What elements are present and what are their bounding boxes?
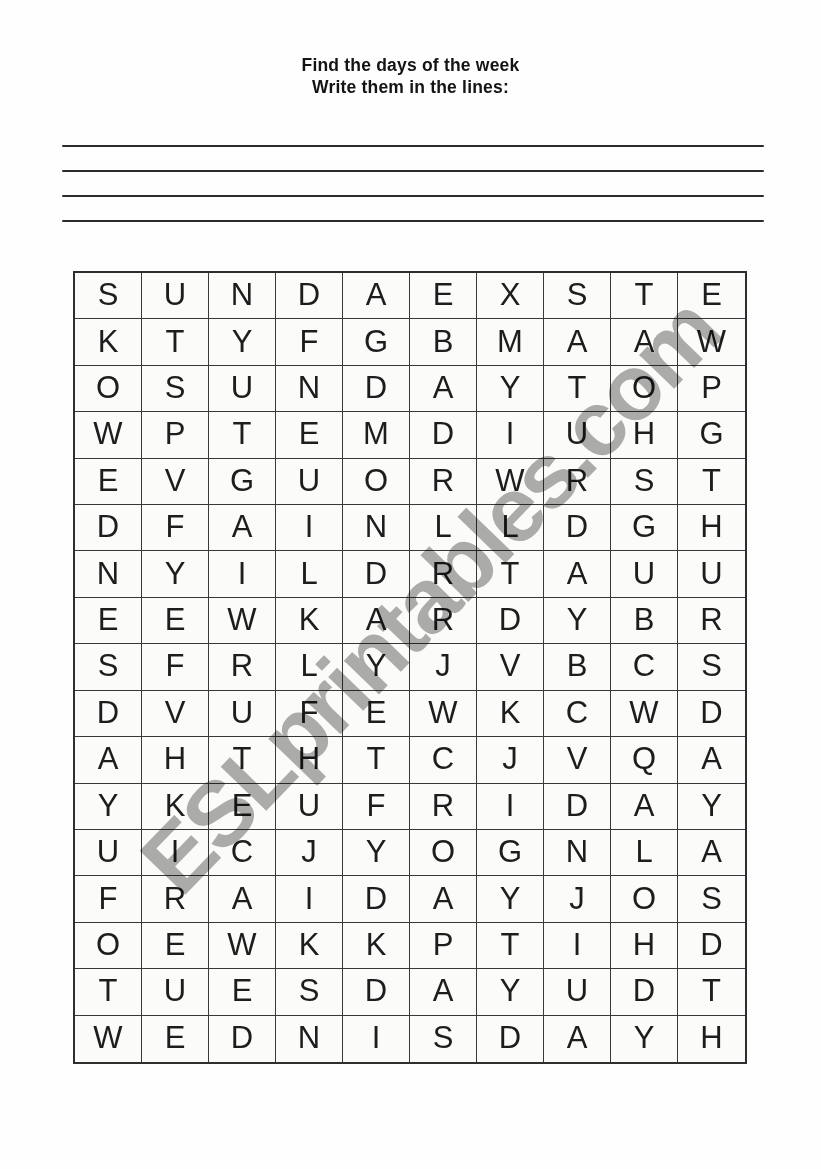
grid-cell-r10c1: D [75, 691, 142, 737]
writing-line-2 [62, 170, 764, 172]
grid-cell-r4c8: U [544, 412, 611, 458]
grid-cell-r5c8: R [544, 459, 611, 505]
grid-cell-r12c6: R [410, 784, 477, 830]
grid-cell-r10c5: E [343, 691, 410, 737]
grid-cell-r3c4: N [276, 366, 343, 412]
grid-cell-r8c8: Y [544, 598, 611, 644]
grid-cell-r2c1: K [75, 319, 142, 365]
grid-cell-r1c9: T [611, 273, 678, 319]
title-line-2: Write them in the lines: [0, 76, 821, 98]
grid-cell-r7c9: U [611, 551, 678, 597]
grid-cell-r12c5: F [343, 784, 410, 830]
grid-cell-r1c1: S [75, 273, 142, 319]
grid-cell-r2c7: M [477, 319, 544, 365]
grid-cell-r7c3: I [209, 551, 276, 597]
grid-cell-r7c10: U [678, 551, 745, 597]
grid-cell-r4c9: H [611, 412, 678, 458]
grid-cell-r11c4: H [276, 737, 343, 783]
grid-cell-r11c7: J [477, 737, 544, 783]
grid-cell-r17c10: H [678, 1016, 745, 1062]
grid-cell-r8c4: K [276, 598, 343, 644]
grid-cell-r8c2: E [142, 598, 209, 644]
grid-cell-r6c2: F [142, 505, 209, 551]
grid-cell-r14c7: Y [477, 876, 544, 922]
grid-cell-r5c7: W [477, 459, 544, 505]
grid-cell-r7c4: L [276, 551, 343, 597]
grid-cell-r16c8: U [544, 969, 611, 1015]
grid-cell-r1c6: E [410, 273, 477, 319]
grid-cell-r17c9: Y [611, 1016, 678, 1062]
grid-cell-r14c1: F [75, 876, 142, 922]
grid-cell-r8c3: W [209, 598, 276, 644]
grid-cell-r8c1: E [75, 598, 142, 644]
grid-cell-r17c3: D [209, 1016, 276, 1062]
grid-cell-r16c3: E [209, 969, 276, 1015]
grid-cell-r12c3: E [209, 784, 276, 830]
grid-cell-r13c7: G [477, 830, 544, 876]
grid-cell-r15c8: I [544, 923, 611, 969]
grid-cell-r3c10: P [678, 366, 745, 412]
grid-cell-r1c5: A [343, 273, 410, 319]
grid-cell-r2c9: A [611, 319, 678, 365]
grid-cell-r16c6: A [410, 969, 477, 1015]
grid-cell-r1c10: E [678, 273, 745, 319]
grid-cell-r4c5: M [343, 412, 410, 458]
grid-cell-r10c4: F [276, 691, 343, 737]
grid-cell-r16c2: U [142, 969, 209, 1015]
grid-cell-r14c10: S [678, 876, 745, 922]
grid-cell-r10c10: D [678, 691, 745, 737]
grid-cell-r15c4: K [276, 923, 343, 969]
grid-cell-r10c7: K [477, 691, 544, 737]
grid-cell-r16c5: D [343, 969, 410, 1015]
grid-cell-r13c9: L [611, 830, 678, 876]
grid-cell-r14c4: I [276, 876, 343, 922]
grid-cell-r6c7: L [477, 505, 544, 551]
grid-cell-r3c5: D [343, 366, 410, 412]
grid-cell-r7c8: A [544, 551, 611, 597]
grid-cell-r11c9: Q [611, 737, 678, 783]
grid-cell-r12c7: I [477, 784, 544, 830]
grid-cell-r8c9: B [611, 598, 678, 644]
grid-cell-r8c10: R [678, 598, 745, 644]
grid-cell-r6c4: I [276, 505, 343, 551]
grid-cell-r1c3: N [209, 273, 276, 319]
writing-line-4 [62, 220, 764, 222]
grid-cell-r13c4: J [276, 830, 343, 876]
grid-cell-r9c4: L [276, 644, 343, 690]
grid-cell-r5c9: S [611, 459, 678, 505]
grid-cell-r2c5: G [343, 319, 410, 365]
grid-cell-r11c8: V [544, 737, 611, 783]
writing-line-1 [62, 145, 764, 147]
grid-cell-r4c2: P [142, 412, 209, 458]
worksheet-page: Find the days of the week Write them in … [0, 0, 821, 1169]
grid-cell-r6c5: N [343, 505, 410, 551]
grid-cell-r11c1: A [75, 737, 142, 783]
grid-cell-r15c3: W [209, 923, 276, 969]
grid-cell-r15c1: O [75, 923, 142, 969]
grid-cell-r9c2: F [142, 644, 209, 690]
grid-cell-r1c2: U [142, 273, 209, 319]
grid-cell-r16c10: T [678, 969, 745, 1015]
grid-cell-r8c5: A [343, 598, 410, 644]
grid-cell-r12c2: K [142, 784, 209, 830]
grid-cell-r9c8: B [544, 644, 611, 690]
grid-cell-r9c10: S [678, 644, 745, 690]
grid-cell-r4c6: D [410, 412, 477, 458]
grid-cell-r16c7: Y [477, 969, 544, 1015]
worksheet-title: Find the days of the week Write them in … [0, 54, 821, 98]
grid-cell-r3c9: O [611, 366, 678, 412]
grid-cell-r17c5: I [343, 1016, 410, 1062]
grid-cell-r1c7: X [477, 273, 544, 319]
grid-cell-r5c4: U [276, 459, 343, 505]
grid-cell-r12c8: D [544, 784, 611, 830]
grid-cell-r15c2: E [142, 923, 209, 969]
grid-cell-r10c3: U [209, 691, 276, 737]
grid-cell-r2c4: F [276, 319, 343, 365]
grid-cell-r17c2: E [142, 1016, 209, 1062]
grid-cell-r3c1: O [75, 366, 142, 412]
grid-cell-r4c1: W [75, 412, 142, 458]
grid-cell-r13c10: A [678, 830, 745, 876]
grid-cell-r8c7: D [477, 598, 544, 644]
grid-cell-r12c1: Y [75, 784, 142, 830]
grid-cell-r13c6: O [410, 830, 477, 876]
grid-cell-r13c8: N [544, 830, 611, 876]
grid-cell-r9c9: C [611, 644, 678, 690]
grid-cell-r9c5: Y [343, 644, 410, 690]
grid-cell-r15c7: T [477, 923, 544, 969]
grid-cell-r12c9: A [611, 784, 678, 830]
word-search-grid: SUNDAEXSTEKTYFGBMAAWOSUNDAYTOPWPTEMDIUHG… [73, 271, 747, 1064]
grid-cell-r13c5: Y [343, 830, 410, 876]
grid-cell-r4c3: T [209, 412, 276, 458]
grid-cell-r3c2: S [142, 366, 209, 412]
grid-cell-r14c3: A [209, 876, 276, 922]
grid-cell-r12c10: Y [678, 784, 745, 830]
grid-cell-r6c8: D [544, 505, 611, 551]
answer-writing-lines [62, 145, 764, 245]
grid-cell-r2c3: Y [209, 319, 276, 365]
grid-cell-r7c2: Y [142, 551, 209, 597]
grid-cell-r14c2: R [142, 876, 209, 922]
grid-cell-r14c9: O [611, 876, 678, 922]
grid-cell-r13c1: U [75, 830, 142, 876]
grid-cell-r1c8: S [544, 273, 611, 319]
grid-cell-r13c3: C [209, 830, 276, 876]
grid-cell-r17c4: N [276, 1016, 343, 1062]
grid-cell-r15c6: P [410, 923, 477, 969]
word-search-area: SUNDAEXSTEKTYFGBMAAWOSUNDAYTOPWPTEMDIUHG… [73, 271, 747, 1064]
grid-cell-r5c2: V [142, 459, 209, 505]
grid-cell-r17c1: W [75, 1016, 142, 1062]
grid-cell-r5c3: G [209, 459, 276, 505]
grid-cell-r13c2: I [142, 830, 209, 876]
grid-cell-r6c9: G [611, 505, 678, 551]
grid-cell-r10c2: V [142, 691, 209, 737]
grid-cell-r15c5: K [343, 923, 410, 969]
grid-cell-r11c2: H [142, 737, 209, 783]
grid-cell-r15c9: H [611, 923, 678, 969]
grid-cell-r5c5: O [343, 459, 410, 505]
grid-cell-r7c6: R [410, 551, 477, 597]
grid-cell-r4c4: E [276, 412, 343, 458]
grid-cell-r2c2: T [142, 319, 209, 365]
grid-cell-r5c1: E [75, 459, 142, 505]
grid-cell-r14c8: J [544, 876, 611, 922]
grid-cell-r10c9: W [611, 691, 678, 737]
grid-cell-r9c7: V [477, 644, 544, 690]
grid-cell-r6c6: L [410, 505, 477, 551]
grid-cell-r5c6: R [410, 459, 477, 505]
grid-cell-r9c1: S [75, 644, 142, 690]
title-line-1: Find the days of the week [0, 54, 821, 76]
grid-cell-r16c4: S [276, 969, 343, 1015]
grid-cell-r11c6: C [410, 737, 477, 783]
grid-cell-r6c1: D [75, 505, 142, 551]
grid-cell-r7c1: N [75, 551, 142, 597]
grid-cell-r5c10: T [678, 459, 745, 505]
grid-cell-r3c3: U [209, 366, 276, 412]
grid-cell-r3c6: A [410, 366, 477, 412]
grid-cell-r12c4: U [276, 784, 343, 830]
grid-cell-r7c7: T [477, 551, 544, 597]
grid-cell-r1c4: D [276, 273, 343, 319]
grid-cell-r9c6: J [410, 644, 477, 690]
grid-cell-r4c10: G [678, 412, 745, 458]
grid-cell-r14c5: D [343, 876, 410, 922]
grid-cell-r6c3: A [209, 505, 276, 551]
grid-cell-r14c6: A [410, 876, 477, 922]
grid-cell-r10c6: W [410, 691, 477, 737]
grid-cell-r3c8: T [544, 366, 611, 412]
grid-cell-r11c3: T [209, 737, 276, 783]
grid-cell-r3c7: Y [477, 366, 544, 412]
grid-cell-r16c1: T [75, 969, 142, 1015]
grid-cell-r16c9: D [611, 969, 678, 1015]
grid-cell-r15c10: D [678, 923, 745, 969]
grid-cell-r7c5: D [343, 551, 410, 597]
grid-cell-r17c8: A [544, 1016, 611, 1062]
writing-line-3 [62, 195, 764, 197]
grid-cell-r10c8: C [544, 691, 611, 737]
grid-cell-r6c10: H [678, 505, 745, 551]
grid-cell-r2c6: B [410, 319, 477, 365]
grid-cell-r2c8: A [544, 319, 611, 365]
grid-cell-r11c10: A [678, 737, 745, 783]
grid-cell-r11c5: T [343, 737, 410, 783]
grid-cell-r8c6: R [410, 598, 477, 644]
grid-cell-r4c7: I [477, 412, 544, 458]
grid-cell-r9c3: R [209, 644, 276, 690]
grid-cell-r17c7: D [477, 1016, 544, 1062]
grid-cell-r17c6: S [410, 1016, 477, 1062]
grid-cell-r2c10: W [678, 319, 745, 365]
